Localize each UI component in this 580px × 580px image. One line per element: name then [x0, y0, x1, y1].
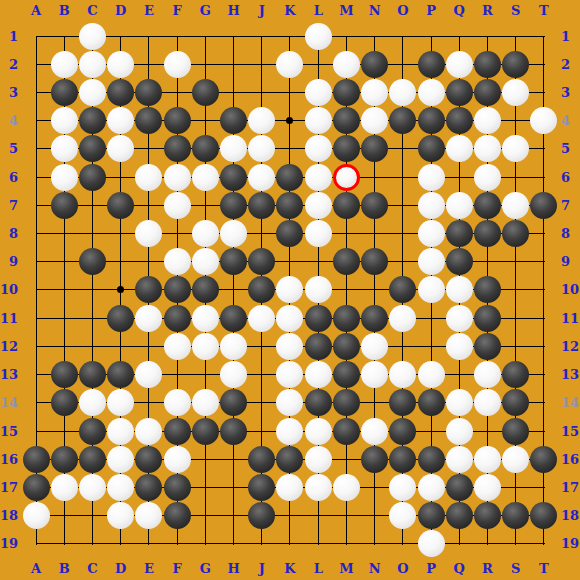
intersection-A7[interactable]	[22, 191, 50, 219]
intersection-L5[interactable]	[304, 135, 332, 163]
intersection-L1[interactable]	[304, 22, 332, 50]
intersection-D5[interactable]	[107, 135, 135, 163]
intersection-G9[interactable]	[191, 248, 219, 276]
intersection-S4[interactable]	[502, 107, 530, 135]
intersection-H6[interactable]	[219, 163, 247, 191]
intersection-C19[interactable]	[78, 530, 106, 558]
intersection-C9[interactable]	[78, 248, 106, 276]
intersection-D14[interactable]	[107, 389, 135, 417]
intersection-C10[interactable]	[78, 276, 106, 304]
intersection-N11[interactable]	[361, 304, 389, 332]
intersection-Q3[interactable]	[445, 78, 473, 106]
intersection-T14[interactable]	[530, 389, 558, 417]
intersection-M3[interactable]	[332, 78, 360, 106]
intersection-F10[interactable]	[163, 276, 191, 304]
intersection-S13[interactable]	[502, 361, 530, 389]
intersection-H1[interactable]	[219, 22, 247, 50]
intersection-S5[interactable]	[502, 135, 530, 163]
intersection-A18[interactable]	[22, 502, 50, 530]
intersection-G1[interactable]	[191, 22, 219, 50]
intersection-B12[interactable]	[50, 332, 78, 360]
intersection-M15[interactable]	[332, 417, 360, 445]
intersection-K1[interactable]	[276, 22, 304, 50]
intersection-E11[interactable]	[135, 304, 163, 332]
intersection-C7[interactable]	[78, 191, 106, 219]
intersection-K13[interactable]	[276, 361, 304, 389]
intersection-R19[interactable]	[473, 530, 501, 558]
intersection-O9[interactable]	[389, 248, 417, 276]
intersection-H10[interactable]	[219, 276, 247, 304]
intersection-F5[interactable]	[163, 135, 191, 163]
intersection-J12[interactable]	[248, 332, 276, 360]
intersection-F16[interactable]	[163, 445, 191, 473]
intersection-G4[interactable]	[191, 107, 219, 135]
intersection-Q6[interactable]	[445, 163, 473, 191]
intersection-E8[interactable]	[135, 219, 163, 247]
intersection-Q14[interactable]	[445, 389, 473, 417]
intersection-E9[interactable]	[135, 248, 163, 276]
intersection-D18[interactable]	[107, 502, 135, 530]
intersection-H12[interactable]	[219, 332, 247, 360]
intersection-B16[interactable]	[50, 445, 78, 473]
intersection-T18[interactable]	[530, 502, 558, 530]
intersection-A19[interactable]	[22, 530, 50, 558]
intersection-Q17[interactable]	[445, 473, 473, 501]
intersection-N18[interactable]	[361, 502, 389, 530]
intersection-D4[interactable]	[107, 107, 135, 135]
intersection-B11[interactable]	[50, 304, 78, 332]
intersection-A16[interactable]	[22, 445, 50, 473]
intersection-G10[interactable]	[191, 276, 219, 304]
intersection-P8[interactable]	[417, 219, 445, 247]
intersection-M1[interactable]	[332, 22, 360, 50]
intersection-M11[interactable]	[332, 304, 360, 332]
intersection-M17[interactable]	[332, 473, 360, 501]
intersection-D11[interactable]	[107, 304, 135, 332]
intersection-F3[interactable]	[163, 78, 191, 106]
intersection-J6[interactable]	[248, 163, 276, 191]
intersection-N10[interactable]	[361, 276, 389, 304]
intersection-C2[interactable]	[78, 50, 106, 78]
intersection-E17[interactable]	[135, 473, 163, 501]
intersection-Q10[interactable]	[445, 276, 473, 304]
intersection-H7[interactable]	[219, 191, 247, 219]
intersection-D13[interactable]	[107, 361, 135, 389]
intersection-C3[interactable]	[78, 78, 106, 106]
intersection-L18[interactable]	[304, 502, 332, 530]
intersection-C11[interactable]	[78, 304, 106, 332]
intersection-F11[interactable]	[163, 304, 191, 332]
intersection-B7[interactable]	[50, 191, 78, 219]
intersection-F12[interactable]	[163, 332, 191, 360]
intersection-G16[interactable]	[191, 445, 219, 473]
intersection-D8[interactable]	[107, 219, 135, 247]
intersection-O5[interactable]	[389, 135, 417, 163]
intersection-K7[interactable]	[276, 191, 304, 219]
intersection-N9[interactable]	[361, 248, 389, 276]
intersection-K4[interactable]	[276, 107, 304, 135]
intersection-O2[interactable]	[389, 50, 417, 78]
intersection-T2[interactable]	[530, 50, 558, 78]
intersection-T13[interactable]	[530, 361, 558, 389]
intersection-N16[interactable]	[361, 445, 389, 473]
intersection-N8[interactable]	[361, 219, 389, 247]
intersection-Q15[interactable]	[445, 417, 473, 445]
intersection-G17[interactable]	[191, 473, 219, 501]
intersection-R12[interactable]	[473, 332, 501, 360]
intersection-K8[interactable]	[276, 219, 304, 247]
intersection-J10[interactable]	[248, 276, 276, 304]
intersection-H17[interactable]	[219, 473, 247, 501]
intersection-N4[interactable]	[361, 107, 389, 135]
intersection-R1[interactable]	[473, 22, 501, 50]
intersection-C12[interactable]	[78, 332, 106, 360]
intersection-P19[interactable]	[417, 530, 445, 558]
intersection-S11[interactable]	[502, 304, 530, 332]
intersection-D12[interactable]	[107, 332, 135, 360]
intersection-O18[interactable]	[389, 502, 417, 530]
intersection-O12[interactable]	[389, 332, 417, 360]
intersection-M19[interactable]	[332, 530, 360, 558]
intersection-O4[interactable]	[389, 107, 417, 135]
intersection-F6[interactable]	[163, 163, 191, 191]
intersection-D17[interactable]	[107, 473, 135, 501]
intersection-R17[interactable]	[473, 473, 501, 501]
intersection-K2[interactable]	[276, 50, 304, 78]
intersection-H5[interactable]	[219, 135, 247, 163]
intersection-L19[interactable]	[304, 530, 332, 558]
intersection-D19[interactable]	[107, 530, 135, 558]
intersection-C16[interactable]	[78, 445, 106, 473]
intersection-Q7[interactable]	[445, 191, 473, 219]
intersection-T9[interactable]	[530, 248, 558, 276]
intersection-Q12[interactable]	[445, 332, 473, 360]
intersection-M5[interactable]	[332, 135, 360, 163]
intersection-R6[interactable]	[473, 163, 501, 191]
intersection-O6[interactable]	[389, 163, 417, 191]
intersection-O15[interactable]	[389, 417, 417, 445]
intersection-F14[interactable]	[163, 389, 191, 417]
intersection-S1[interactable]	[502, 22, 530, 50]
intersection-N1[interactable]	[361, 22, 389, 50]
intersection-B5[interactable]	[50, 135, 78, 163]
intersection-P14[interactable]	[417, 389, 445, 417]
intersection-O3[interactable]	[389, 78, 417, 106]
intersection-N15[interactable]	[361, 417, 389, 445]
intersection-P13[interactable]	[417, 361, 445, 389]
intersection-N19[interactable]	[361, 530, 389, 558]
intersection-H13[interactable]	[219, 361, 247, 389]
intersection-O16[interactable]	[389, 445, 417, 473]
intersection-T7[interactable]	[530, 191, 558, 219]
intersection-B14[interactable]	[50, 389, 78, 417]
intersection-C17[interactable]	[78, 473, 106, 501]
intersection-B15[interactable]	[50, 417, 78, 445]
intersection-D9[interactable]	[107, 248, 135, 276]
intersection-T4[interactable]	[530, 107, 558, 135]
intersection-S7[interactable]	[502, 191, 530, 219]
intersection-T12[interactable]	[530, 332, 558, 360]
intersection-L8[interactable]	[304, 219, 332, 247]
intersection-C15[interactable]	[78, 417, 106, 445]
intersection-F4[interactable]	[163, 107, 191, 135]
intersection-G19[interactable]	[191, 530, 219, 558]
intersection-M16[interactable]	[332, 445, 360, 473]
intersection-N6[interactable]	[361, 163, 389, 191]
intersection-D6[interactable]	[107, 163, 135, 191]
intersection-N17[interactable]	[361, 473, 389, 501]
intersection-J4[interactable]	[248, 107, 276, 135]
intersection-P4[interactable]	[417, 107, 445, 135]
intersection-J18[interactable]	[248, 502, 276, 530]
intersection-T1[interactable]	[530, 22, 558, 50]
intersection-A14[interactable]	[22, 389, 50, 417]
intersection-A11[interactable]	[22, 304, 50, 332]
intersection-L7[interactable]	[304, 191, 332, 219]
intersection-B18[interactable]	[50, 502, 78, 530]
intersection-M13[interactable]	[332, 361, 360, 389]
intersection-Q5[interactable]	[445, 135, 473, 163]
intersection-T5[interactable]	[530, 135, 558, 163]
intersection-P15[interactable]	[417, 417, 445, 445]
intersection-G11[interactable]	[191, 304, 219, 332]
intersection-E18[interactable]	[135, 502, 163, 530]
intersection-F19[interactable]	[163, 530, 191, 558]
intersection-M8[interactable]	[332, 219, 360, 247]
intersection-D2[interactable]	[107, 50, 135, 78]
intersection-G14[interactable]	[191, 389, 219, 417]
intersection-F15[interactable]	[163, 417, 191, 445]
intersection-B19[interactable]	[50, 530, 78, 558]
intersection-M10[interactable]	[332, 276, 360, 304]
intersection-T8[interactable]	[530, 219, 558, 247]
intersection-B8[interactable]	[50, 219, 78, 247]
intersection-P16[interactable]	[417, 445, 445, 473]
intersection-N14[interactable]	[361, 389, 389, 417]
intersection-L4[interactable]	[304, 107, 332, 135]
intersection-K15[interactable]	[276, 417, 304, 445]
intersection-J9[interactable]	[248, 248, 276, 276]
intersection-N12[interactable]	[361, 332, 389, 360]
intersection-R3[interactable]	[473, 78, 501, 106]
intersection-S8[interactable]	[502, 219, 530, 247]
intersection-S14[interactable]	[502, 389, 530, 417]
intersection-F13[interactable]	[163, 361, 191, 389]
intersection-J19[interactable]	[248, 530, 276, 558]
intersection-R16[interactable]	[473, 445, 501, 473]
intersection-B17[interactable]	[50, 473, 78, 501]
intersection-F7[interactable]	[163, 191, 191, 219]
intersection-F17[interactable]	[163, 473, 191, 501]
intersection-T11[interactable]	[530, 304, 558, 332]
intersection-S6[interactable]	[502, 163, 530, 191]
intersection-D1[interactable]	[107, 22, 135, 50]
intersection-E7[interactable]	[135, 191, 163, 219]
intersection-N2[interactable]	[361, 50, 389, 78]
intersection-Q11[interactable]	[445, 304, 473, 332]
intersection-A4[interactable]	[22, 107, 50, 135]
intersection-B1[interactable]	[50, 22, 78, 50]
intersection-L15[interactable]	[304, 417, 332, 445]
intersection-F2[interactable]	[163, 50, 191, 78]
intersection-O8[interactable]	[389, 219, 417, 247]
intersection-M14[interactable]	[332, 389, 360, 417]
intersection-K5[interactable]	[276, 135, 304, 163]
intersection-S12[interactable]	[502, 332, 530, 360]
intersection-K16[interactable]	[276, 445, 304, 473]
intersection-F18[interactable]	[163, 502, 191, 530]
intersection-R4[interactable]	[473, 107, 501, 135]
intersection-G7[interactable]	[191, 191, 219, 219]
intersection-J5[interactable]	[248, 135, 276, 163]
intersection-H3[interactable]	[219, 78, 247, 106]
intersection-S17[interactable]	[502, 473, 530, 501]
intersection-A6[interactable]	[22, 163, 50, 191]
intersection-O7[interactable]	[389, 191, 417, 219]
intersection-L17[interactable]	[304, 473, 332, 501]
intersection-K17[interactable]	[276, 473, 304, 501]
intersection-A8[interactable]	[22, 219, 50, 247]
intersection-S9[interactable]	[502, 248, 530, 276]
intersection-J7[interactable]	[248, 191, 276, 219]
intersection-L14[interactable]	[304, 389, 332, 417]
intersection-T15[interactable]	[530, 417, 558, 445]
intersection-H18[interactable]	[219, 502, 247, 530]
intersection-K10[interactable]	[276, 276, 304, 304]
intersection-D16[interactable]	[107, 445, 135, 473]
intersection-B3[interactable]	[50, 78, 78, 106]
intersection-J11[interactable]	[248, 304, 276, 332]
intersection-A10[interactable]	[22, 276, 50, 304]
intersection-G6[interactable]	[191, 163, 219, 191]
intersection-L9[interactable]	[304, 248, 332, 276]
intersection-S15[interactable]	[502, 417, 530, 445]
intersection-Q8[interactable]	[445, 219, 473, 247]
intersection-A13[interactable]	[22, 361, 50, 389]
intersection-C14[interactable]	[78, 389, 106, 417]
intersection-R2[interactable]	[473, 50, 501, 78]
intersection-K3[interactable]	[276, 78, 304, 106]
intersection-M12[interactable]	[332, 332, 360, 360]
intersection-N7[interactable]	[361, 191, 389, 219]
intersection-P5[interactable]	[417, 135, 445, 163]
intersection-L16[interactable]	[304, 445, 332, 473]
intersection-P9[interactable]	[417, 248, 445, 276]
intersection-H19[interactable]	[219, 530, 247, 558]
intersection-R11[interactable]	[473, 304, 501, 332]
intersection-M6[interactable]	[332, 163, 360, 191]
intersection-P17[interactable]	[417, 473, 445, 501]
intersection-H14[interactable]	[219, 389, 247, 417]
intersection-J17[interactable]	[248, 473, 276, 501]
intersection-A17[interactable]	[22, 473, 50, 501]
intersection-B10[interactable]	[50, 276, 78, 304]
intersection-B2[interactable]	[50, 50, 78, 78]
intersection-E6[interactable]	[135, 163, 163, 191]
intersection-K19[interactable]	[276, 530, 304, 558]
intersection-L2[interactable]	[304, 50, 332, 78]
intersection-F9[interactable]	[163, 248, 191, 276]
intersection-Q18[interactable]	[445, 502, 473, 530]
intersection-C6[interactable]	[78, 163, 106, 191]
intersection-J8[interactable]	[248, 219, 276, 247]
intersection-H9[interactable]	[219, 248, 247, 276]
intersection-D15[interactable]	[107, 417, 135, 445]
intersection-O17[interactable]	[389, 473, 417, 501]
intersection-B6[interactable]	[50, 163, 78, 191]
intersection-E14[interactable]	[135, 389, 163, 417]
intersection-S18[interactable]	[502, 502, 530, 530]
intersection-K9[interactable]	[276, 248, 304, 276]
intersection-O14[interactable]	[389, 389, 417, 417]
intersection-C8[interactable]	[78, 219, 106, 247]
intersection-R8[interactable]	[473, 219, 501, 247]
intersection-E15[interactable]	[135, 417, 163, 445]
intersection-G12[interactable]	[191, 332, 219, 360]
intersection-L11[interactable]	[304, 304, 332, 332]
intersection-Q19[interactable]	[445, 530, 473, 558]
intersection-T3[interactable]	[530, 78, 558, 106]
intersection-R9[interactable]	[473, 248, 501, 276]
intersection-G2[interactable]	[191, 50, 219, 78]
intersection-K18[interactable]	[276, 502, 304, 530]
intersection-D3[interactable]	[107, 78, 135, 106]
intersection-D7[interactable]	[107, 191, 135, 219]
intersection-G3[interactable]	[191, 78, 219, 106]
intersection-J16[interactable]	[248, 445, 276, 473]
intersection-P3[interactable]	[417, 78, 445, 106]
intersection-L13[interactable]	[304, 361, 332, 389]
intersection-K11[interactable]	[276, 304, 304, 332]
intersection-P1[interactable]	[417, 22, 445, 50]
intersection-O13[interactable]	[389, 361, 417, 389]
intersection-R14[interactable]	[473, 389, 501, 417]
intersection-M2[interactable]	[332, 50, 360, 78]
intersection-P6[interactable]	[417, 163, 445, 191]
intersection-H16[interactable]	[219, 445, 247, 473]
intersection-A15[interactable]	[22, 417, 50, 445]
intersection-E13[interactable]	[135, 361, 163, 389]
intersection-O11[interactable]	[389, 304, 417, 332]
intersection-G18[interactable]	[191, 502, 219, 530]
intersection-T16[interactable]	[530, 445, 558, 473]
intersection-L12[interactable]	[304, 332, 332, 360]
intersection-T6[interactable]	[530, 163, 558, 191]
intersection-B4[interactable]	[50, 107, 78, 135]
intersection-C4[interactable]	[78, 107, 106, 135]
intersection-Q13[interactable]	[445, 361, 473, 389]
intersection-A3[interactable]	[22, 78, 50, 106]
intersection-A5[interactable]	[22, 135, 50, 163]
intersection-J14[interactable]	[248, 389, 276, 417]
intersection-O10[interactable]	[389, 276, 417, 304]
intersection-H8[interactable]	[219, 219, 247, 247]
intersection-S10[interactable]	[502, 276, 530, 304]
intersection-Q9[interactable]	[445, 248, 473, 276]
intersection-E1[interactable]	[135, 22, 163, 50]
intersection-M9[interactable]	[332, 248, 360, 276]
intersection-M4[interactable]	[332, 107, 360, 135]
intersection-Q1[interactable]	[445, 22, 473, 50]
intersection-P11[interactable]	[417, 304, 445, 332]
intersection-T17[interactable]	[530, 473, 558, 501]
intersection-R18[interactable]	[473, 502, 501, 530]
intersection-A9[interactable]	[22, 248, 50, 276]
intersection-L6[interactable]	[304, 163, 332, 191]
intersection-S16[interactable]	[502, 445, 530, 473]
intersection-H11[interactable]	[219, 304, 247, 332]
intersection-Q2[interactable]	[445, 50, 473, 78]
